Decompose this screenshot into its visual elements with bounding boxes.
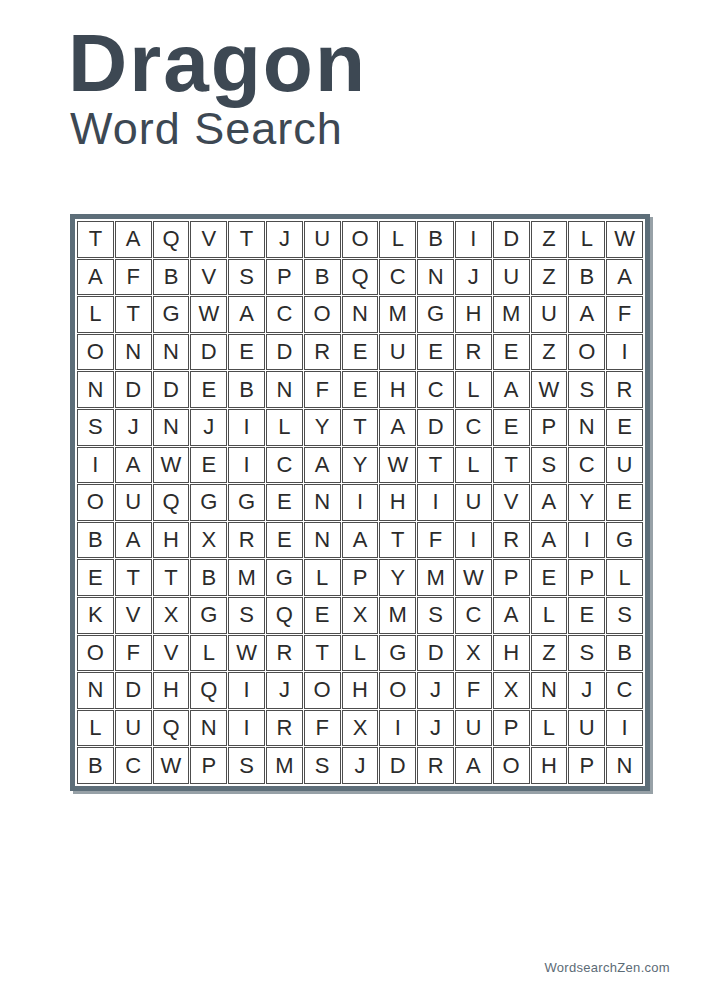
grid-cell: O [568, 334, 605, 371]
grid-cell: E [266, 484, 303, 521]
grid-cell: R [266, 710, 303, 747]
grid-cell: S [304, 747, 341, 784]
grid-cell: R [606, 371, 643, 408]
grid-cell: N [190, 710, 227, 747]
grid-cell: A [304, 447, 341, 484]
grid-cell: U [493, 259, 530, 296]
grid-cell: J [266, 221, 303, 258]
grid-cell: R [417, 747, 454, 784]
grid-cell: E [342, 371, 379, 408]
grid-cell: A [568, 296, 605, 333]
grid-cell: O [493, 747, 530, 784]
grid-cell: I [379, 710, 416, 747]
grid-cell: I [606, 710, 643, 747]
grid-cell: B [77, 522, 114, 559]
grid-cell: I [606, 334, 643, 371]
grid-cell: I [228, 710, 265, 747]
grid-cell: G [606, 522, 643, 559]
grid-cell: T [115, 559, 152, 596]
grid-cell: V [190, 221, 227, 258]
grid-cell: J [455, 259, 492, 296]
grid-cell: D [493, 221, 530, 258]
grid-cell: K [77, 597, 114, 634]
grid-cell: Y [304, 409, 341, 446]
grid-cell: W [379, 447, 416, 484]
grid-cell: W [531, 371, 568, 408]
grid-cell: A [115, 221, 152, 258]
grid-cell: E [417, 334, 454, 371]
grid-cell: M [379, 597, 416, 634]
grid-cell: D [190, 334, 227, 371]
grid-cell: W [153, 747, 190, 784]
grid-cell: Y [342, 447, 379, 484]
grid-cell: L [455, 447, 492, 484]
grid-cell: M [228, 559, 265, 596]
grid-cell: P [342, 559, 379, 596]
grid-cell: N [342, 296, 379, 333]
grid-cell: U [379, 334, 416, 371]
grid-cell: D [115, 371, 152, 408]
grid-cell: L [531, 710, 568, 747]
grid-cell: F [304, 710, 341, 747]
grid-cell: E [493, 334, 530, 371]
grid-cell: H [493, 635, 530, 672]
grid-cell: H [379, 484, 416, 521]
grid-cell: G [190, 597, 227, 634]
grid-cell: D [417, 409, 454, 446]
grid-cell: C [606, 672, 643, 709]
grid-cell: E [266, 522, 303, 559]
grid-cell: I [417, 484, 454, 521]
grid-cell: B [190, 559, 227, 596]
grid-cell: N [531, 672, 568, 709]
grid-cell: U [115, 710, 152, 747]
grid-cell: U [531, 296, 568, 333]
grid-cell: L [190, 635, 227, 672]
grid-cell: I [455, 221, 492, 258]
grid-cell: T [342, 409, 379, 446]
grid-cell: A [531, 484, 568, 521]
grid-cell: C [417, 371, 454, 408]
grid-cell: D [266, 334, 303, 371]
grid-cell: I [228, 672, 265, 709]
grid-cell: S [77, 409, 114, 446]
grid-cell: A [115, 522, 152, 559]
grid-cell: R [455, 334, 492, 371]
grid-cell: P [266, 259, 303, 296]
grid-cell: P [568, 559, 605, 596]
grid-cell: N [606, 747, 643, 784]
grid-cell: A [455, 747, 492, 784]
grid-cell: E [190, 447, 227, 484]
grid-cell: T [417, 447, 454, 484]
grid-cell: E [493, 409, 530, 446]
grid-cell: T [228, 221, 265, 258]
grid-cell: C [266, 296, 303, 333]
grid-cell: I [77, 447, 114, 484]
grid-cell: W [153, 447, 190, 484]
grid-cell: L [77, 710, 114, 747]
grid-cell: T [115, 296, 152, 333]
grid-cell: A [531, 522, 568, 559]
grid-cell: V [190, 259, 227, 296]
grid-cell: L [77, 296, 114, 333]
grid-cell: F [455, 672, 492, 709]
grid-cell: W [455, 559, 492, 596]
grid-cell: O [77, 635, 114, 672]
grid-cell: J [190, 409, 227, 446]
grid-cell: Z [531, 221, 568, 258]
grid-cell: B [304, 259, 341, 296]
grid-cell: J [115, 409, 152, 446]
grid-cell: D [379, 747, 416, 784]
grid-cell: X [455, 635, 492, 672]
grid-cell: L [342, 635, 379, 672]
grid-cell: G [266, 559, 303, 596]
grid-cell: E [304, 597, 341, 634]
grid-cell: G [153, 296, 190, 333]
grid-cell: S [568, 371, 605, 408]
grid-cell: Z [531, 259, 568, 296]
grid-cell: O [379, 672, 416, 709]
grid-cell: B [417, 221, 454, 258]
grid-cell: Q [342, 259, 379, 296]
grid-cell: A [606, 259, 643, 296]
grid-cell: N [115, 334, 152, 371]
grid-cell: S [417, 597, 454, 634]
grid-cell: N [568, 409, 605, 446]
grid-cell: Y [379, 559, 416, 596]
grid-cell: I [568, 522, 605, 559]
grid-cell: M [379, 296, 416, 333]
grid-cell: F [606, 296, 643, 333]
grid-cell: I [228, 447, 265, 484]
grid-cell: D [115, 672, 152, 709]
grid-cell: J [568, 672, 605, 709]
grid-cell: S [568, 635, 605, 672]
grid-cell: N [304, 484, 341, 521]
grid-cell: T [493, 447, 530, 484]
grid-cell: J [417, 672, 454, 709]
grid-cell: Q [153, 710, 190, 747]
grid-cell: P [568, 747, 605, 784]
grid-cell: I [228, 409, 265, 446]
grid-cell: Q [190, 672, 227, 709]
grid-cell: M [266, 747, 303, 784]
grid-cell: H [379, 371, 416, 408]
grid-cell: W [606, 221, 643, 258]
grid-cell: N [417, 259, 454, 296]
grid-cell: D [417, 635, 454, 672]
grid-cell: T [304, 635, 341, 672]
grid-cell: E [531, 559, 568, 596]
grid-cell: T [153, 559, 190, 596]
page: Dragon Word Search TAQVTJUOLBIDZLWAFBVSP… [0, 0, 707, 1000]
grid-cell: E [606, 409, 643, 446]
grid-cell: N [77, 672, 114, 709]
grid-cell: V [153, 635, 190, 672]
grid-cell: L [304, 559, 341, 596]
grid-cell: G [190, 484, 227, 521]
grid-cell: T [379, 522, 416, 559]
grid-cell: A [379, 409, 416, 446]
grid-cell: U [304, 221, 341, 258]
grid-cell: S [228, 597, 265, 634]
grid-cell: R [493, 522, 530, 559]
grid-cell: S [606, 597, 643, 634]
grid-cell: L [266, 409, 303, 446]
grid-cell: I [342, 484, 379, 521]
grid-cell: H [455, 296, 492, 333]
word-search-board: TAQVTJUOLBIDZLWAFBVSPBQCNJUZBALTGWACONMG… [70, 214, 650, 791]
grid-cell: N [77, 371, 114, 408]
grid-cell: A [115, 447, 152, 484]
grid-cell: J [417, 710, 454, 747]
grid-cell: A [228, 296, 265, 333]
grid-cell: F [417, 522, 454, 559]
grid-cell: U [568, 710, 605, 747]
grid-cell: W [228, 635, 265, 672]
grid-cell: E [342, 334, 379, 371]
grid-cell: S [531, 447, 568, 484]
grid-cell: C [568, 447, 605, 484]
grid-cell: B [568, 259, 605, 296]
grid-cell: N [266, 371, 303, 408]
grid-cell: F [304, 371, 341, 408]
grid-cell: M [417, 559, 454, 596]
grid-cell: V [493, 484, 530, 521]
grid-cell: I [455, 522, 492, 559]
grid-cell: G [417, 296, 454, 333]
grid-cell: Q [266, 597, 303, 634]
grid-cell: P [190, 747, 227, 784]
grid-cell: W [190, 296, 227, 333]
grid-cell: X [342, 710, 379, 747]
grid-cell: X [190, 522, 227, 559]
grid-cell: Z [531, 334, 568, 371]
grid-cell: L [455, 371, 492, 408]
grid-cell: L [568, 221, 605, 258]
grid-cell: J [266, 672, 303, 709]
grid-cell: H [531, 747, 568, 784]
grid-cell: D [153, 371, 190, 408]
grid-cell: C [455, 409, 492, 446]
grid-cell: R [266, 635, 303, 672]
grid-cell: E [77, 559, 114, 596]
grid-cell: B [77, 747, 114, 784]
grid-cell: N [153, 334, 190, 371]
grid-cell: L [379, 221, 416, 258]
grid-cell: N [153, 409, 190, 446]
grid-cell: S [228, 747, 265, 784]
grid-cell: P [493, 710, 530, 747]
grid-cell: Q [153, 221, 190, 258]
grid-cell: E [190, 371, 227, 408]
grid-cell: F [115, 259, 152, 296]
grid-cell: E [228, 334, 265, 371]
grid-cell: U [115, 484, 152, 521]
site-credit: WordsearchZen.com [544, 960, 670, 975]
grid-cell: C [379, 259, 416, 296]
grid-cell: T [77, 221, 114, 258]
grid-cell: Z [531, 635, 568, 672]
grid-cell: N [304, 522, 341, 559]
grid-cell: H [153, 672, 190, 709]
grid-cell: O [304, 672, 341, 709]
grid-cell: F [115, 635, 152, 672]
grid-cell: S [228, 259, 265, 296]
grid-cell: G [228, 484, 265, 521]
grid-cell: A [77, 259, 114, 296]
grid-cell: C [266, 447, 303, 484]
grid-cell: A [493, 371, 530, 408]
grid-cell: H [342, 672, 379, 709]
grid-cell: O [77, 484, 114, 521]
grid-cell: P [493, 559, 530, 596]
grid-cell: A [493, 597, 530, 634]
grid-cell: P [531, 409, 568, 446]
grid-cell: X [342, 597, 379, 634]
grid-cell: E [568, 597, 605, 634]
grid-cell: O [77, 334, 114, 371]
grid-cell: A [342, 522, 379, 559]
grid-cell: U [455, 484, 492, 521]
grid-cell: B [153, 259, 190, 296]
grid-cell: G [379, 635, 416, 672]
grid-cell: J [342, 747, 379, 784]
grid-cell: C [455, 597, 492, 634]
grid-cell: O [304, 296, 341, 333]
grid-cell: O [342, 221, 379, 258]
grid-cell: U [606, 447, 643, 484]
grid-cell: V [115, 597, 152, 634]
grid-cell: Q [153, 484, 190, 521]
letter-grid: TAQVTJUOLBIDZLWAFBVSPBQCNJUZBALTGWACONMG… [77, 221, 643, 784]
grid-cell: H [153, 522, 190, 559]
grid-cell: E [606, 484, 643, 521]
grid-cell: U [455, 710, 492, 747]
grid-cell: X [493, 672, 530, 709]
grid-cell: M [493, 296, 530, 333]
grid-cell: L [606, 559, 643, 596]
grid-cell: L [531, 597, 568, 634]
grid-cell: X [153, 597, 190, 634]
grid-cell: R [228, 522, 265, 559]
grid-cell: B [228, 371, 265, 408]
page-subtitle: Word Search [70, 106, 343, 151]
grid-cell: C [115, 747, 152, 784]
page-title: Dragon [68, 22, 367, 104]
grid-cell: B [606, 635, 643, 672]
grid-cell: R [304, 334, 341, 371]
grid-cell: Y [568, 484, 605, 521]
